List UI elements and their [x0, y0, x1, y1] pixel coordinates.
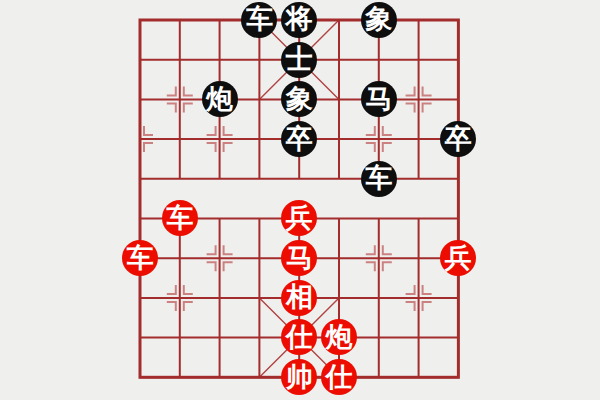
pieces-layer: 车将象士炮象马卒卒车车兵车马兵相仕炮帅仕 [120, 0, 478, 397]
piece-glyph: 马 [365, 85, 392, 112]
black-soldier[interactable]: 卒 [440, 121, 476, 157]
black-cannon[interactable]: 炮 [202, 81, 238, 117]
piece-glyph: 将 [286, 5, 313, 32]
black-chariot[interactable]: 车 [361, 161, 397, 197]
piece-glyph: 仕 [325, 363, 352, 390]
red-cannon[interactable]: 炮 [321, 319, 357, 355]
piece-glyph: 士 [286, 45, 313, 72]
red-elephant[interactable]: 相 [281, 280, 317, 316]
piece-glyph: 车 [246, 5, 273, 32]
black-elephant[interactable]: 象 [281, 81, 317, 117]
black-chariot[interactable]: 车 [241, 2, 277, 38]
piece-glyph: 象 [365, 5, 392, 32]
piece-glyph: 车 [166, 204, 193, 231]
piece-glyph: 炮 [206, 85, 233, 112]
piece-glyph: 卒 [445, 125, 472, 152]
black-soldier[interactable]: 卒 [281, 121, 317, 157]
piece-glyph: 炮 [325, 323, 352, 350]
piece-glyph: 仕 [286, 323, 313, 350]
piece-glyph: 兵 [286, 204, 313, 231]
red-chariot[interactable]: 车 [162, 200, 198, 236]
red-advisor[interactable]: 仕 [321, 359, 357, 395]
red-soldier[interactable]: 兵 [440, 240, 476, 276]
black-elephant[interactable]: 象 [361, 2, 397, 38]
piece-glyph: 相 [286, 283, 313, 310]
xiangqi-app: 车将象士炮象马卒卒车车兵车马兵相仕炮帅仕 [0, 0, 600, 400]
black-horse[interactable]: 马 [361, 81, 397, 117]
piece-glyph: 象 [286, 85, 313, 112]
piece-glyph: 卒 [286, 125, 313, 152]
piece-glyph: 兵 [445, 244, 472, 271]
piece-glyph: 帅 [286, 363, 313, 390]
red-soldier[interactable]: 兵 [281, 200, 317, 236]
piece-glyph: 马 [286, 244, 313, 271]
black-general[interactable]: 将 [281, 2, 317, 38]
piece-glyph: 车 [126, 244, 153, 271]
red-horse[interactable]: 马 [281, 240, 317, 276]
red-advisor[interactable]: 仕 [281, 319, 317, 355]
red-chariot[interactable]: 车 [122, 240, 158, 276]
red-general[interactable]: 帅 [281, 359, 317, 395]
black-advisor[interactable]: 士 [281, 42, 317, 78]
piece-glyph: 车 [365, 164, 392, 191]
xiangqi-board: 车将象士炮象马卒卒车车兵车马兵相仕炮帅仕 [0, 0, 600, 400]
